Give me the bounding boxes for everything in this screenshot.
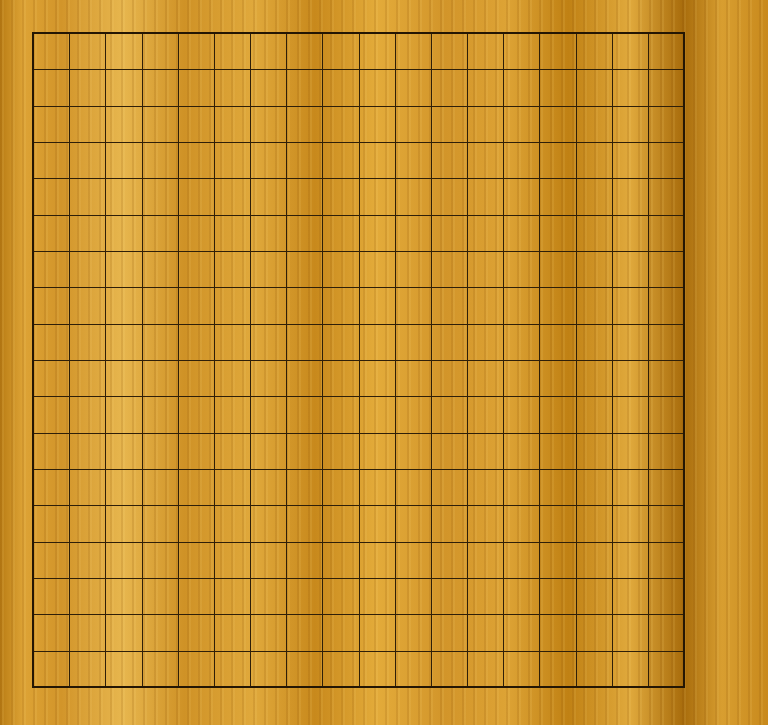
go-board [0,0,768,725]
board-points [15,15,702,705]
